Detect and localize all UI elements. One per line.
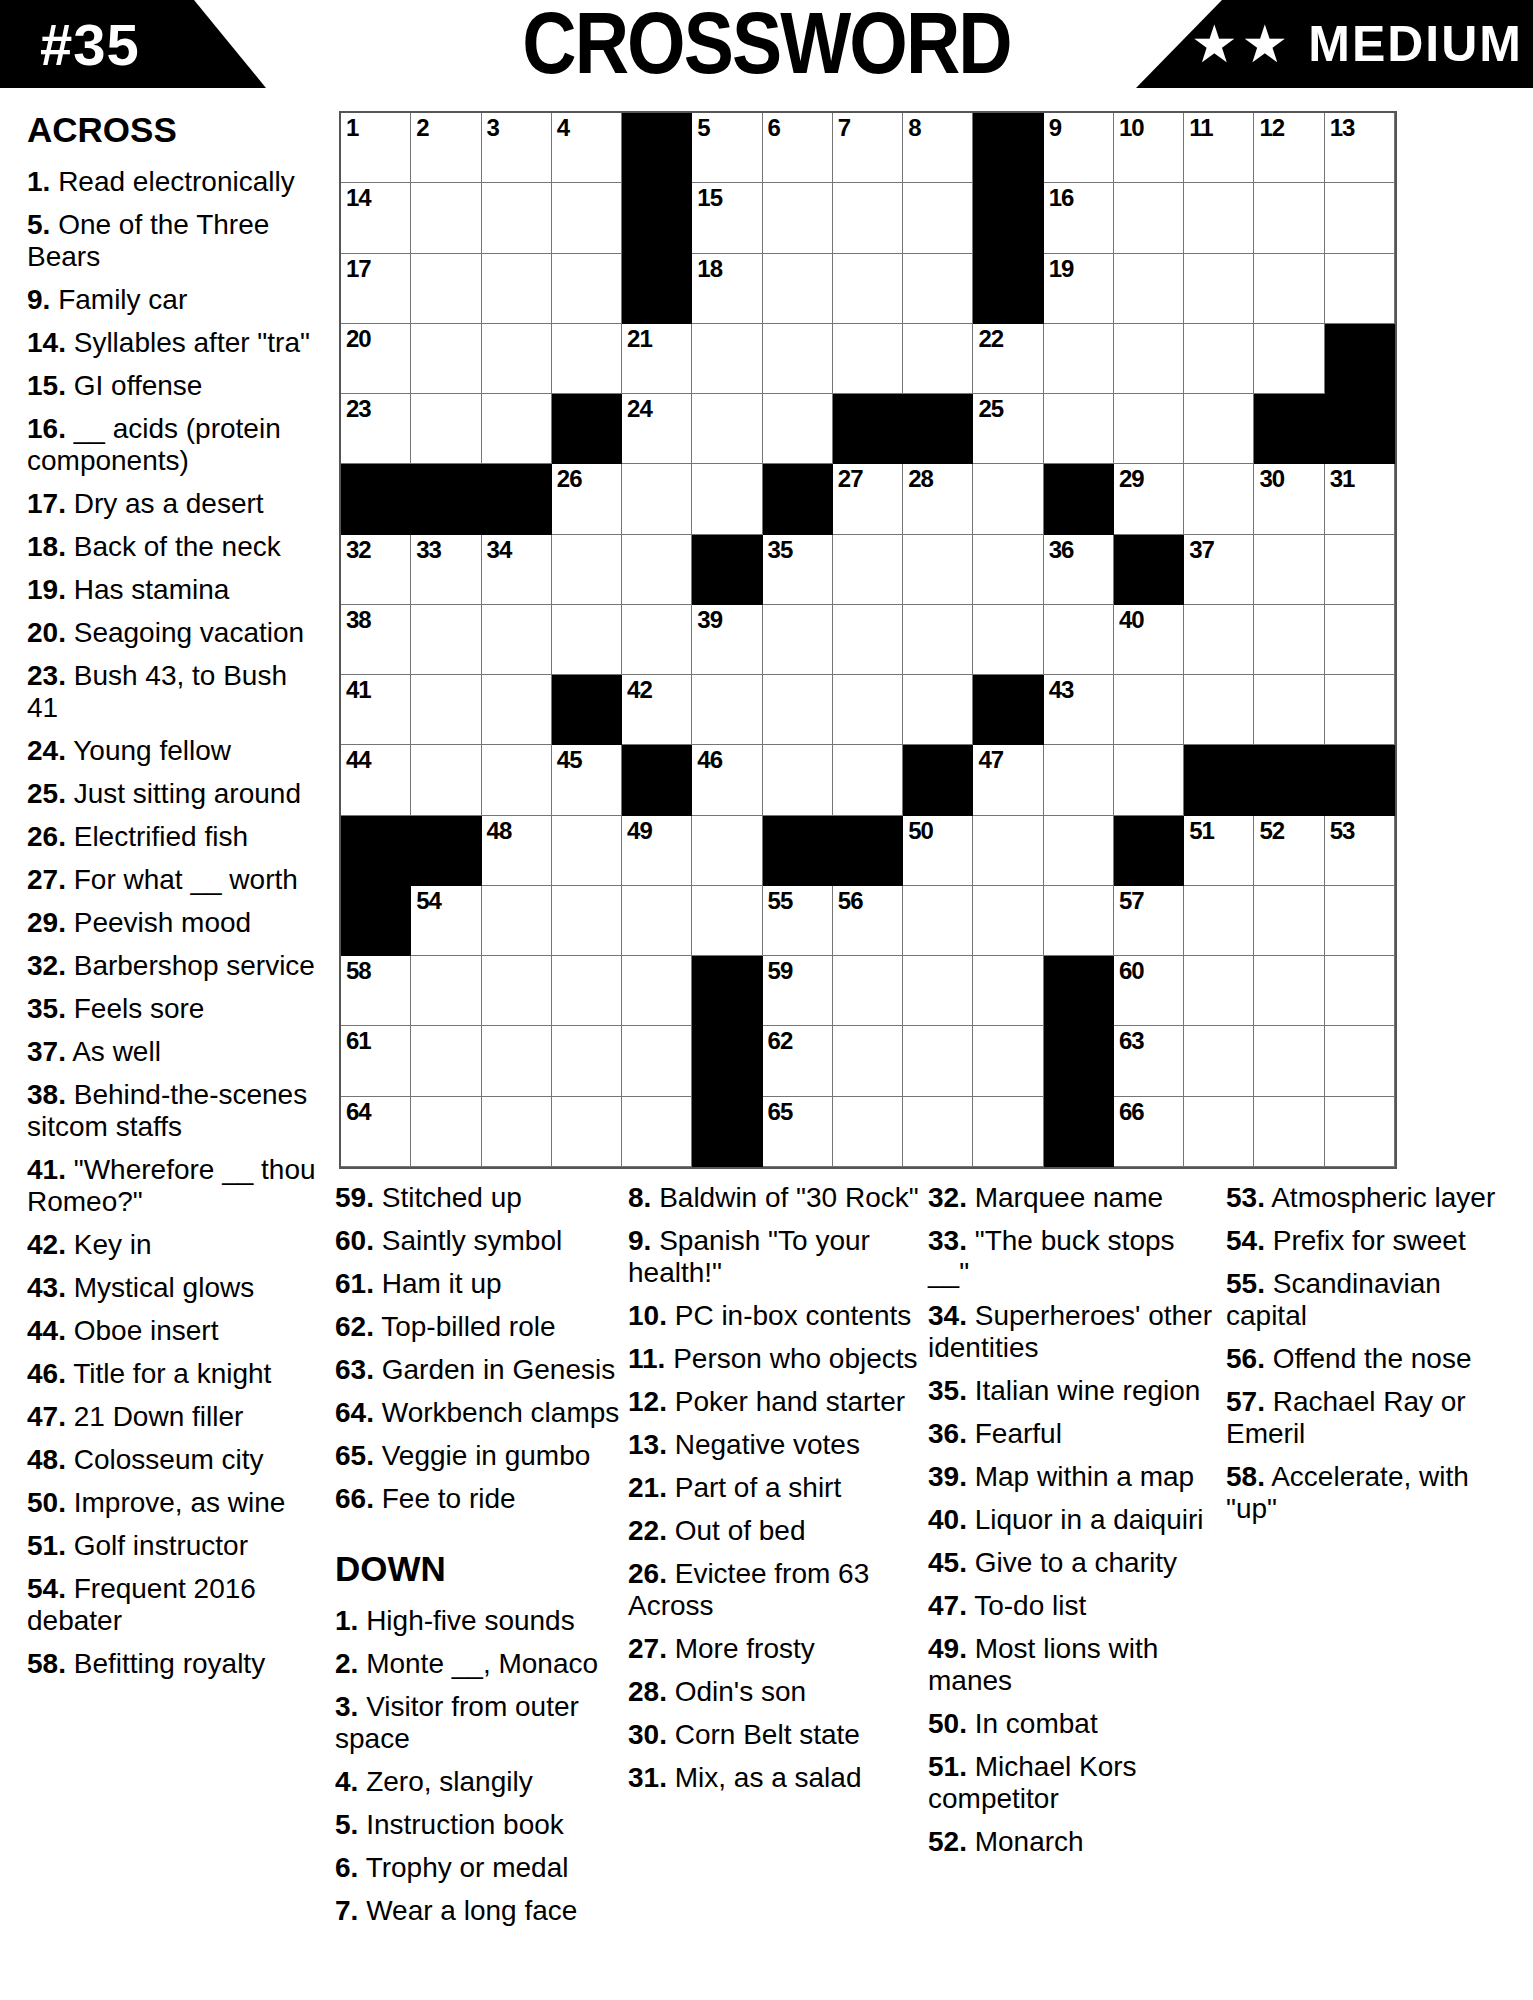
- clue-text: Odin's son: [667, 1676, 806, 1707]
- block-cell: [833, 816, 903, 886]
- clue-text: Electrified fish: [66, 821, 248, 852]
- cell-r12c10[interactable]: [973, 886, 1043, 956]
- clue-text: Barbershop service: [66, 950, 315, 981]
- cell-r4c5[interactable]: 21: [622, 324, 692, 394]
- cell-r5c7[interactable]: [763, 394, 833, 464]
- cell-r4c2[interactable]: [411, 324, 481, 394]
- cell-r8c10[interactable]: [973, 605, 1043, 675]
- clue-number: 6.: [335, 1852, 358, 1883]
- bottom-clue-column-4: 53. Atmospheric layer54. Prefix for swee…: [1226, 1182, 1526, 1536]
- cell-r8c8[interactable]: [833, 605, 903, 675]
- cell-r4c4[interactable]: [552, 324, 622, 394]
- cell-r1c9[interactable]: 8: [903, 113, 973, 183]
- cell-r7c5[interactable]: [622, 535, 692, 605]
- clue-item: 30. Corn Belt state: [628, 1719, 920, 1751]
- cell-r13c13[interactable]: [1184, 956, 1254, 1026]
- cell-r15c12[interactable]: 66: [1114, 1097, 1184, 1167]
- cell-number: 32: [346, 536, 371, 564]
- clue-item: 8. Baldwin of "30 Rock": [628, 1182, 920, 1214]
- cell-r2c3[interactable]: [482, 183, 552, 253]
- cell-r7c9[interactable]: [903, 535, 973, 605]
- cell-r3c13[interactable]: [1184, 254, 1254, 324]
- cell-r1c4[interactable]: 4: [552, 113, 622, 183]
- cell-r12c7[interactable]: 55: [763, 886, 833, 956]
- cell-r13c9[interactable]: [903, 956, 973, 1026]
- cell-r3c14[interactable]: [1254, 254, 1324, 324]
- cell-r15c15[interactable]: [1325, 1097, 1395, 1167]
- cell-r2c12[interactable]: [1114, 183, 1184, 253]
- cell-r13c12[interactable]: 60: [1114, 956, 1184, 1026]
- clue-item: 33. "The buck stops __": [928, 1225, 1220, 1289]
- cell-r12c15[interactable]: [1325, 886, 1395, 956]
- cell-r12c2[interactable]: 54: [411, 886, 481, 956]
- clue-number: 35.: [27, 993, 66, 1024]
- cell-r8c11[interactable]: [1044, 605, 1114, 675]
- cell-number: 42: [627, 676, 652, 704]
- cell-r12c13[interactable]: [1184, 886, 1254, 956]
- cell-r5c6[interactable]: [692, 394, 762, 464]
- clue-number: 36.: [928, 1418, 967, 1449]
- cell-r14c7[interactable]: 62: [763, 1026, 833, 1096]
- cell-r14c2[interactable]: [411, 1026, 481, 1096]
- cell-r2c6[interactable]: 15: [692, 183, 762, 253]
- cell-r10c6[interactable]: 46: [692, 745, 762, 815]
- cell-r13c4[interactable]: [552, 956, 622, 1026]
- cell-r6c15[interactable]: 31: [1325, 464, 1395, 534]
- cell-r8c4[interactable]: [552, 605, 622, 675]
- cell-r15c3[interactable]: [482, 1097, 552, 1167]
- clue-item: 50. In combat: [928, 1708, 1220, 1740]
- cell-r12c5[interactable]: [622, 886, 692, 956]
- cell-r5c3[interactable]: [482, 394, 552, 464]
- cell-number: 22: [978, 325, 1003, 353]
- cell-r9c6[interactable]: [692, 675, 762, 745]
- cell-r14c8[interactable]: [833, 1026, 903, 1096]
- cell-r11c6[interactable]: [692, 816, 762, 886]
- cell-r12c6[interactable]: [692, 886, 762, 956]
- cell-r10c12[interactable]: [1114, 745, 1184, 815]
- cell-r7c14[interactable]: [1254, 535, 1324, 605]
- cell-number: 25: [978, 395, 1003, 423]
- cell-r4c12[interactable]: [1114, 324, 1184, 394]
- clue-text: Instruction book: [358, 1809, 563, 1840]
- cell-r7c13[interactable]: 37: [1184, 535, 1254, 605]
- cell-r14c1[interactable]: 61: [341, 1026, 411, 1096]
- clue-item: 59. Stitched up: [335, 1182, 627, 1214]
- clue-number: 11.: [628, 1343, 665, 1374]
- clue-number: 7.: [335, 1895, 358, 1926]
- cell-r15c7[interactable]: 65: [763, 1097, 833, 1167]
- clue-text: Golf instructor: [66, 1530, 248, 1561]
- cell-r14c15[interactable]: [1325, 1026, 1395, 1096]
- clue-number: 15.: [27, 370, 66, 401]
- cell-r4c1[interactable]: 20: [341, 324, 411, 394]
- clue-item: 18. Back of the neck: [27, 531, 319, 563]
- cell-r7c10[interactable]: [973, 535, 1043, 605]
- cell-r11c13[interactable]: 51: [1184, 816, 1254, 886]
- clue-text: Part of a shirt: [667, 1472, 841, 1503]
- cell-r10c8[interactable]: [833, 745, 903, 815]
- cell-r4c11[interactable]: [1044, 324, 1114, 394]
- cell-r6c10[interactable]: [973, 464, 1043, 534]
- cell-r1c15[interactable]: 13: [1325, 113, 1395, 183]
- cell-r6c5[interactable]: [622, 464, 692, 534]
- clue-text: Zero, slangily: [358, 1766, 532, 1797]
- cell-r4c9[interactable]: [903, 324, 973, 394]
- cell-r8c6[interactable]: 39: [692, 605, 762, 675]
- cell-r5c12[interactable]: [1114, 394, 1184, 464]
- cell-r12c12[interactable]: 57: [1114, 886, 1184, 956]
- clue-item: 54. Frequent 2016 debater: [27, 1573, 319, 1637]
- clue-number: 62.: [335, 1311, 374, 1342]
- cell-r13c8[interactable]: [833, 956, 903, 1026]
- cell-r4c13[interactable]: [1184, 324, 1254, 394]
- cell-r2c9[interactable]: [903, 183, 973, 253]
- cell-r5c5[interactable]: 24: [622, 394, 692, 464]
- clue-item: 62. Top-billed role: [335, 1311, 627, 1343]
- clue-item: 22. Out of bed: [628, 1515, 920, 1547]
- cell-r9c9[interactable]: [903, 675, 973, 745]
- cell-r7c2[interactable]: 33: [411, 535, 481, 605]
- cell-r1c8[interactable]: 7: [833, 113, 903, 183]
- cell-r2c2[interactable]: [411, 183, 481, 253]
- cell-r11c15[interactable]: 53: [1325, 816, 1395, 886]
- cell-r13c15[interactable]: [1325, 956, 1395, 1026]
- cell-r3c15[interactable]: [1325, 254, 1395, 324]
- clue-item: 10. PC in-box contents: [628, 1300, 920, 1332]
- clue-number: 4.: [335, 1766, 358, 1797]
- cell-number: 36: [1049, 536, 1074, 564]
- cell-r10c1[interactable]: 44: [341, 745, 411, 815]
- cell-r8c12[interactable]: 40: [1114, 605, 1184, 675]
- cell-r9c2[interactable]: [411, 675, 481, 745]
- clue-item: 21. Part of a shirt: [628, 1472, 920, 1504]
- cell-r2c7[interactable]: [763, 183, 833, 253]
- cell-r4c10[interactable]: 22: [973, 324, 1043, 394]
- cell-r4c14[interactable]: [1254, 324, 1324, 394]
- clue-number: 45.: [928, 1547, 967, 1578]
- cell-r5c10[interactable]: 25: [973, 394, 1043, 464]
- cell-r14c13[interactable]: [1184, 1026, 1254, 1096]
- cell-r12c4[interactable]: [552, 886, 622, 956]
- cell-number: 53: [1330, 817, 1355, 845]
- cell-r2c4[interactable]: [552, 183, 622, 253]
- cell-r15c4[interactable]: [552, 1097, 622, 1167]
- cell-r9c3[interactable]: [482, 675, 552, 745]
- cell-r15c13[interactable]: [1184, 1097, 1254, 1167]
- cell-r9c12[interactable]: [1114, 675, 1184, 745]
- cell-r8c13[interactable]: [1184, 605, 1254, 675]
- clue-text: Young fellow: [66, 735, 231, 766]
- block-cell: [411, 464, 481, 534]
- cell-r6c14[interactable]: 30: [1254, 464, 1324, 534]
- clue-item: 51. Michael Kors competitor: [928, 1751, 1220, 1815]
- cell-r3c1[interactable]: 17: [341, 254, 411, 324]
- clue-item: 11. Person who objects: [628, 1343, 920, 1375]
- cell-r13c10[interactable]: [973, 956, 1043, 1026]
- cell-r10c11[interactable]: [1044, 745, 1114, 815]
- cell-r1c6[interactable]: 5: [692, 113, 762, 183]
- clue-item: 1. High-five sounds: [335, 1605, 627, 1637]
- cell-r5c2[interactable]: [411, 394, 481, 464]
- cell-r14c9[interactable]: [903, 1026, 973, 1096]
- cell-r3c8[interactable]: [833, 254, 903, 324]
- cell-r12c11[interactable]: [1044, 886, 1114, 956]
- clue-number: 56.: [1226, 1343, 1265, 1374]
- cell-r12c9[interactable]: [903, 886, 973, 956]
- cell-r1c12[interactable]: 10: [1114, 113, 1184, 183]
- cell-r1c11[interactable]: 9: [1044, 113, 1114, 183]
- clue-number: 8.: [628, 1182, 651, 1213]
- cell-r13c2[interactable]: [411, 956, 481, 1026]
- cell-r9c5[interactable]: 42: [622, 675, 692, 745]
- cell-r3c2[interactable]: [411, 254, 481, 324]
- cell-r3c12[interactable]: [1114, 254, 1184, 324]
- clue-number: 61.: [335, 1268, 374, 1299]
- cell-r13c5[interactable]: [622, 956, 692, 1026]
- clue-number: 37.: [27, 1036, 66, 1067]
- cell-r8c15[interactable]: [1325, 605, 1395, 675]
- cell-r15c8[interactable]: [833, 1097, 903, 1167]
- clue-text: Offend the nose: [1265, 1343, 1472, 1374]
- cell-r5c11[interactable]: [1044, 394, 1114, 464]
- clue-item: 47. To-do list: [928, 1590, 1220, 1622]
- cell-r9c15[interactable]: [1325, 675, 1395, 745]
- clue-text: One of the Three Bears: [27, 209, 269, 272]
- clue-item: 65. Veggie in gumbo: [335, 1440, 627, 1472]
- clue-text: Baldwin of "30 Rock": [651, 1182, 918, 1213]
- clue-text: Marquee name: [967, 1182, 1163, 1213]
- cell-r11c9[interactable]: 50: [903, 816, 973, 886]
- cell-r8c2[interactable]: [411, 605, 481, 675]
- clue-item: 58. Accelerate, with "up": [1226, 1461, 1526, 1525]
- cell-r7c1[interactable]: 32: [341, 535, 411, 605]
- cell-r15c5[interactable]: [622, 1097, 692, 1167]
- cell-r13c7[interactable]: 59: [763, 956, 833, 1026]
- clue-text: Spanish "To your health!": [628, 1225, 870, 1288]
- block-cell: [763, 464, 833, 534]
- cell-r6c4[interactable]: 26: [552, 464, 622, 534]
- clue-number: 50.: [27, 1487, 66, 1518]
- cell-r14c10[interactable]: [973, 1026, 1043, 1096]
- block-cell: [552, 675, 622, 745]
- clue-number: 50.: [928, 1708, 967, 1739]
- cell-r2c1[interactable]: 14: [341, 183, 411, 253]
- cell-r8c9[interactable]: [903, 605, 973, 675]
- cell-r13c3[interactable]: [482, 956, 552, 1026]
- clue-text: Give to a charity: [967, 1547, 1177, 1578]
- cell-r7c3[interactable]: 34: [482, 535, 552, 605]
- clue-number: 65.: [335, 1440, 374, 1471]
- down-clue-list-4: 53. Atmospheric layer54. Prefix for swee…: [1226, 1182, 1526, 1525]
- clue-text: Seagoing vacation: [66, 617, 304, 648]
- clue-number: 26.: [27, 821, 66, 852]
- cell-r11c14[interactable]: 52: [1254, 816, 1324, 886]
- block-cell: [973, 113, 1043, 183]
- clue-item: 41. "Wherefore __ thou Romeo?": [27, 1154, 319, 1218]
- clue-text: "Wherefore __ thou Romeo?": [27, 1154, 316, 1217]
- cell-r2c15[interactable]: [1325, 183, 1395, 253]
- clue-number: 44.: [27, 1315, 66, 1346]
- clue-number: 27.: [27, 864, 66, 895]
- cell-r15c10[interactable]: [973, 1097, 1043, 1167]
- block-cell: [1184, 745, 1254, 815]
- cell-r1c7[interactable]: 6: [763, 113, 833, 183]
- cell-r9c14[interactable]: [1254, 675, 1324, 745]
- cell-r4c8[interactable]: [833, 324, 903, 394]
- clue-text: Out of bed: [667, 1515, 806, 1546]
- cell-r7c15[interactable]: [1325, 535, 1395, 605]
- clue-number: 38.: [27, 1079, 66, 1110]
- cell-r9c7[interactable]: [763, 675, 833, 745]
- cell-r15c14[interactable]: [1254, 1097, 1324, 1167]
- cell-r12c14[interactable]: [1254, 886, 1324, 956]
- cell-r14c12[interactable]: 63: [1114, 1026, 1184, 1096]
- cell-r13c1[interactable]: 58: [341, 956, 411, 1026]
- clue-item: 35. Italian wine region: [928, 1375, 1220, 1407]
- clue-number: 54.: [27, 1573, 66, 1604]
- block-cell: [692, 956, 762, 1026]
- cell-r11c4[interactable]: [552, 816, 622, 886]
- cell-r10c4[interactable]: 45: [552, 745, 622, 815]
- cell-r1c3[interactable]: 3: [482, 113, 552, 183]
- cell-number: 10: [1119, 114, 1144, 142]
- cell-r10c3[interactable]: [482, 745, 552, 815]
- cell-r8c3[interactable]: [482, 605, 552, 675]
- cell-r7c4[interactable]: [552, 535, 622, 605]
- cell-r11c5[interactable]: 49: [622, 816, 692, 886]
- cell-r10c10[interactable]: 47: [973, 745, 1043, 815]
- clue-text: Trophy or medal: [358, 1852, 568, 1883]
- cell-r1c13[interactable]: 11: [1184, 113, 1254, 183]
- block-cell: [1325, 324, 1395, 394]
- cell-number: 18: [697, 255, 722, 283]
- clue-item: 20. Seagoing vacation: [27, 617, 319, 649]
- cell-number: 56: [838, 887, 863, 915]
- down-clue-list-3: 32. Marquee name33. "The buck stops __"3…: [928, 1182, 1220, 1858]
- cell-r8c7[interactable]: [763, 605, 833, 675]
- clue-item: 52. Monarch: [928, 1826, 1220, 1858]
- cell-r2c8[interactable]: [833, 183, 903, 253]
- clue-number: 5.: [27, 209, 50, 240]
- cell-r6c9[interactable]: 28: [903, 464, 973, 534]
- cell-number: 49: [627, 817, 652, 845]
- clue-text: Monte __, Monaco: [358, 1648, 598, 1679]
- clue-number: 22.: [628, 1515, 667, 1546]
- cell-r2c13[interactable]: [1184, 183, 1254, 253]
- block-cell: [973, 183, 1043, 253]
- clue-number: 53.: [1226, 1182, 1265, 1213]
- cell-r12c8[interactable]: 56: [833, 886, 903, 956]
- cell-r9c11[interactable]: 43: [1044, 675, 1114, 745]
- cell-r4c7[interactable]: [763, 324, 833, 394]
- clue-text: Behind-the-scenes sitcom staffs: [27, 1079, 307, 1142]
- cell-r5c13[interactable]: [1184, 394, 1254, 464]
- clue-text: Title for a knight: [66, 1358, 271, 1389]
- cell-r9c8[interactable]: [833, 675, 903, 745]
- cell-r7c7[interactable]: 35: [763, 535, 833, 605]
- cell-r2c14[interactable]: [1254, 183, 1324, 253]
- clue-item: 40. Liquor in a daiquiri: [928, 1504, 1220, 1536]
- cell-r1c2[interactable]: 2: [411, 113, 481, 183]
- clue-number: 24.: [27, 735, 66, 766]
- clue-item: 24. Young fellow: [27, 735, 319, 767]
- cell-r8c1[interactable]: 38: [341, 605, 411, 675]
- cell-r6c6[interactable]: [692, 464, 762, 534]
- cell-r11c3[interactable]: 48: [482, 816, 552, 886]
- cell-r6c12[interactable]: 29: [1114, 464, 1184, 534]
- cell-r3c6[interactable]: 18: [692, 254, 762, 324]
- clue-text: Mix, as a salad: [667, 1762, 862, 1793]
- clue-text: Italian wine region: [967, 1375, 1200, 1406]
- cell-r10c7[interactable]: [763, 745, 833, 815]
- clue-item: 57. Rachael Ray or Emeril: [1226, 1386, 1526, 1450]
- cell-r12c3[interactable]: [482, 886, 552, 956]
- clue-number: 52.: [928, 1826, 967, 1857]
- puzzle-number: #35: [0, 11, 140, 78]
- cell-r3c4[interactable]: [552, 254, 622, 324]
- cell-r11c10[interactable]: [973, 816, 1043, 886]
- cell-r3c9[interactable]: [903, 254, 973, 324]
- cell-r14c4[interactable]: [552, 1026, 622, 1096]
- clue-number: 5.: [335, 1809, 358, 1840]
- clue-text: Veggie in gumbo: [374, 1440, 590, 1471]
- cell-r8c5[interactable]: [622, 605, 692, 675]
- cell-r9c1[interactable]: 41: [341, 675, 411, 745]
- cell-r8c14[interactable]: [1254, 605, 1324, 675]
- cell-number: 33: [416, 536, 441, 564]
- cell-r7c11[interactable]: 36: [1044, 535, 1114, 605]
- cell-r15c2[interactable]: [411, 1097, 481, 1167]
- cell-r14c5[interactable]: [622, 1026, 692, 1096]
- block-cell: [341, 464, 411, 534]
- cell-number: 20: [346, 325, 371, 353]
- clue-item: 5. Instruction book: [335, 1809, 627, 1841]
- cell-r14c14[interactable]: [1254, 1026, 1324, 1096]
- clue-text: Atmospheric layer: [1265, 1182, 1495, 1213]
- cell-r9c13[interactable]: [1184, 675, 1254, 745]
- cell-r10c2[interactable]: [411, 745, 481, 815]
- cell-r7c8[interactable]: [833, 535, 903, 605]
- cell-number: 65: [768, 1098, 793, 1126]
- cell-r1c14[interactable]: 12: [1254, 113, 1324, 183]
- cell-r3c7[interactable]: [763, 254, 833, 324]
- cell-number: 14: [346, 184, 371, 212]
- clue-text: Key in: [66, 1229, 152, 1260]
- clue-text: Feels sore: [66, 993, 205, 1024]
- cell-r11c11[interactable]: [1044, 816, 1114, 886]
- cell-r15c9[interactable]: [903, 1097, 973, 1167]
- clue-text: Befitting royalty: [66, 1648, 265, 1679]
- clue-text: More frosty: [667, 1633, 815, 1664]
- cell-r15c1[interactable]: 64: [341, 1097, 411, 1167]
- clue-text: __ acids (protein components): [27, 413, 281, 476]
- cell-r6c8[interactable]: 27: [833, 464, 903, 534]
- clue-text: Negative votes: [667, 1429, 860, 1460]
- cell-r3c3[interactable]: [482, 254, 552, 324]
- cell-r6c13[interactable]: [1184, 464, 1254, 534]
- cell-r1c1[interactable]: 1: [341, 113, 411, 183]
- clue-item: 3. Visitor from outer space: [335, 1691, 627, 1755]
- cell-r5c1[interactable]: 23: [341, 394, 411, 464]
- cell-r14c3[interactable]: [482, 1026, 552, 1096]
- cell-r3c11[interactable]: 19: [1044, 254, 1114, 324]
- cell-r13c14[interactable]: [1254, 956, 1324, 1026]
- cell-r4c6[interactable]: [692, 324, 762, 394]
- cell-number: 47: [978, 746, 1003, 774]
- cell-r4c3[interactable]: [482, 324, 552, 394]
- cell-r2c11[interactable]: 16: [1044, 183, 1114, 253]
